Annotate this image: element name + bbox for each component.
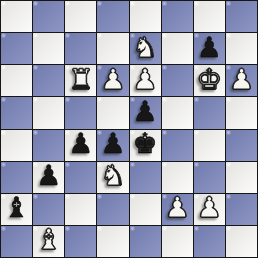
square-a1[interactable] — [1, 226, 32, 257]
piece-black-pawn[interactable]: ♟︎ — [100, 130, 125, 158]
square-d1[interactable] — [97, 226, 128, 257]
square-e1[interactable] — [130, 226, 161, 257]
square-b5[interactable] — [33, 97, 64, 128]
square-d3[interactable]: ♞︎ — [97, 162, 128, 193]
square-d7[interactable] — [97, 33, 128, 64]
square-h5[interactable] — [226, 97, 257, 128]
piece-white-king[interactable]: ♚︎ — [197, 66, 222, 94]
square-b4[interactable] — [33, 130, 64, 161]
chess-board: ♞︎♟︎♜︎♟︎♟︎♚︎♟︎♟︎♟︎♟︎♚︎♟︎♞︎♝︎♟︎♟︎♝︎ — [0, 0, 258, 258]
square-h8[interactable] — [226, 1, 257, 32]
square-e3[interactable] — [130, 162, 161, 193]
piece-white-rook[interactable]: ♜︎ — [68, 66, 93, 94]
square-g2[interactable]: ♟︎ — [194, 194, 225, 225]
square-e4[interactable]: ♚︎ — [130, 130, 161, 161]
piece-black-bishop[interactable]: ♝︎ — [4, 194, 29, 222]
square-f1[interactable] — [162, 226, 193, 257]
square-f8[interactable] — [162, 1, 193, 32]
square-b7[interactable] — [33, 33, 64, 64]
square-d2[interactable] — [97, 194, 128, 225]
piece-black-pawn[interactable]: ♟︎ — [36, 162, 61, 190]
square-b1[interactable]: ♝︎ — [33, 226, 64, 257]
square-h4[interactable] — [226, 130, 257, 161]
piece-black-pawn[interactable]: ♟︎ — [133, 98, 158, 126]
piece-white-pawn[interactable]: ♟︎ — [133, 66, 158, 94]
square-d4[interactable]: ♟︎ — [97, 130, 128, 161]
square-a3[interactable] — [1, 162, 32, 193]
square-f7[interactable] — [162, 33, 193, 64]
piece-white-knight[interactable]: ♞︎ — [133, 34, 158, 62]
square-e2[interactable] — [130, 194, 161, 225]
square-f3[interactable] — [162, 162, 193, 193]
square-g7[interactable]: ♟︎ — [194, 33, 225, 64]
piece-white-bishop[interactable]: ♝︎ — [36, 226, 61, 254]
square-f4[interactable] — [162, 130, 193, 161]
square-e6[interactable]: ♟︎ — [130, 65, 161, 96]
square-b6[interactable] — [33, 65, 64, 96]
square-g3[interactable] — [194, 162, 225, 193]
square-b3[interactable]: ♟︎ — [33, 162, 64, 193]
square-c1[interactable] — [65, 226, 96, 257]
piece-white-pawn[interactable]: ♟︎ — [165, 194, 190, 222]
square-b2[interactable] — [33, 194, 64, 225]
square-e7[interactable]: ♞︎ — [130, 33, 161, 64]
square-a2[interactable]: ♝︎ — [1, 194, 32, 225]
square-f2[interactable]: ♟︎ — [162, 194, 193, 225]
square-g6[interactable]: ♚︎ — [194, 65, 225, 96]
square-c2[interactable] — [65, 194, 96, 225]
piece-white-pawn[interactable]: ♟︎ — [100, 66, 125, 94]
square-c5[interactable] — [65, 97, 96, 128]
square-c4[interactable]: ♟︎ — [65, 130, 96, 161]
square-d6[interactable]: ♟︎ — [97, 65, 128, 96]
square-a6[interactable] — [1, 65, 32, 96]
square-f6[interactable] — [162, 65, 193, 96]
square-a4[interactable] — [1, 130, 32, 161]
square-a8[interactable] — [1, 1, 32, 32]
square-g4[interactable] — [194, 130, 225, 161]
square-f5[interactable] — [162, 97, 193, 128]
piece-white-pawn[interactable]: ♟︎ — [229, 66, 254, 94]
square-c7[interactable] — [65, 33, 96, 64]
square-h7[interactable] — [226, 33, 257, 64]
square-g5[interactable] — [194, 97, 225, 128]
piece-black-pawn[interactable]: ♟︎ — [68, 130, 93, 158]
square-h2[interactable] — [226, 194, 257, 225]
square-c8[interactable] — [65, 1, 96, 32]
square-h6[interactable]: ♟︎ — [226, 65, 257, 96]
square-d8[interactable] — [97, 1, 128, 32]
square-d5[interactable] — [97, 97, 128, 128]
square-c3[interactable] — [65, 162, 96, 193]
square-h1[interactable] — [226, 226, 257, 257]
square-e8[interactable] — [130, 1, 161, 32]
square-a5[interactable] — [1, 97, 32, 128]
piece-white-knight[interactable]: ♞︎ — [100, 162, 125, 190]
square-b8[interactable] — [33, 1, 64, 32]
square-c6[interactable]: ♜︎ — [65, 65, 96, 96]
square-e5[interactable]: ♟︎ — [130, 97, 161, 128]
square-g8[interactable] — [194, 1, 225, 32]
square-a7[interactable] — [1, 33, 32, 64]
piece-black-king[interactable]: ♚︎ — [133, 130, 158, 158]
piece-white-pawn[interactable]: ♟︎ — [197, 194, 222, 222]
piece-black-pawn[interactable]: ♟︎ — [197, 34, 222, 62]
square-g1[interactable] — [194, 226, 225, 257]
square-h3[interactable] — [226, 162, 257, 193]
